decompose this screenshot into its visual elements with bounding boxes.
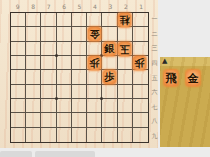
file-label-6: 6 xyxy=(62,3,66,10)
board-cell xyxy=(26,42,41,56)
board-cell xyxy=(102,85,117,99)
bottom-ui-stub-right xyxy=(35,151,95,157)
board-cell xyxy=(133,42,148,56)
board-cell xyxy=(11,70,26,84)
board-cell xyxy=(133,113,148,127)
board-cell xyxy=(41,70,56,84)
board-cell xyxy=(87,128,102,142)
board-cell xyxy=(57,27,72,41)
rank-label-7: 七 xyxy=(152,104,158,110)
board-cell xyxy=(133,13,148,27)
hoshi-dot xyxy=(55,97,58,100)
board-cell xyxy=(72,113,87,127)
board-cell xyxy=(26,70,41,84)
file-label-1: 1 xyxy=(139,3,143,10)
rank-label-4: 四 xyxy=(152,60,158,66)
board-cell xyxy=(57,85,72,99)
board-cell xyxy=(118,56,133,70)
board-cell xyxy=(11,13,26,27)
file-label-2: 2 xyxy=(124,3,128,10)
board-piece-silver-sente[interactable]: 銀 xyxy=(103,42,116,56)
board-cell xyxy=(26,13,41,27)
board-piece-pawn-gote[interactable]: 歩 xyxy=(133,56,146,70)
board-cell xyxy=(41,128,56,142)
board-cell xyxy=(26,56,41,70)
board-cell xyxy=(102,113,117,127)
board-cell xyxy=(57,128,72,142)
board-cell xyxy=(72,99,87,113)
board-cell xyxy=(118,113,133,127)
board-cell xyxy=(26,113,41,127)
rank-label-9: 九 xyxy=(152,133,158,139)
board-cell xyxy=(87,113,102,127)
board-cell xyxy=(11,27,26,41)
board-cell xyxy=(118,99,133,113)
board-cell xyxy=(41,13,56,27)
board-cell xyxy=(11,56,26,70)
board-cell xyxy=(133,128,148,142)
board-cell xyxy=(102,27,117,41)
hand-piece-rook[interactable]: 飛 xyxy=(164,70,178,86)
board-cell xyxy=(133,99,148,113)
board-cell xyxy=(87,13,102,27)
rank-label-1: 一 xyxy=(152,16,158,22)
board-cell xyxy=(11,99,26,113)
shogi-board-panel: 桂金銀玉歩歩歩 987654321 一二三四五六七八九 xyxy=(0,0,158,148)
board-cell xyxy=(118,70,133,84)
hoshi-dot xyxy=(55,54,58,57)
board-cell xyxy=(72,128,87,142)
bottom-ui-stub-left xyxy=(0,151,32,157)
board-cell xyxy=(57,99,72,113)
board-piece-pawn-sente[interactable]: 歩 xyxy=(103,70,116,84)
rank-label-6: 六 xyxy=(152,89,158,95)
file-label-9: 9 xyxy=(16,3,20,10)
board-cell xyxy=(87,70,102,84)
board-cell xyxy=(133,85,148,99)
file-label-8: 8 xyxy=(31,3,35,10)
board-cell xyxy=(102,99,117,113)
board-grid: 桂金銀玉歩歩歩 xyxy=(10,12,149,143)
file-label-5: 5 xyxy=(78,3,82,10)
board-cell xyxy=(26,27,41,41)
board-cell xyxy=(26,99,41,113)
board-cell xyxy=(72,70,87,84)
komadai-sente-hand: ▲ 飛金 xyxy=(160,57,210,147)
board-cell xyxy=(57,70,72,84)
board-cell xyxy=(72,42,87,56)
board-cell xyxy=(102,56,117,70)
rank-label-3: 三 xyxy=(152,45,158,51)
board-cell xyxy=(72,56,87,70)
board-piece-gold-gote[interactable]: 金 xyxy=(88,27,101,41)
board-cell xyxy=(26,85,41,99)
board-cell xyxy=(57,56,72,70)
board-cell xyxy=(118,128,133,142)
sente-marker: ▲ xyxy=(162,57,167,65)
board-cell xyxy=(11,85,26,99)
file-label-4: 4 xyxy=(93,3,97,10)
board-piece-king-gote[interactable]: 玉 xyxy=(118,42,131,56)
board-piece-knight-gote[interactable]: 桂 xyxy=(118,13,131,27)
board-cell xyxy=(72,85,87,99)
board-cell xyxy=(41,56,56,70)
board-cell xyxy=(118,85,133,99)
board-cell xyxy=(11,128,26,142)
rank-label-8: 八 xyxy=(152,118,158,124)
board-cell xyxy=(57,113,72,127)
board-cell xyxy=(102,13,117,27)
board-cell xyxy=(11,42,26,56)
board-cell xyxy=(41,27,56,41)
board-cell xyxy=(41,99,56,113)
file-label-7: 7 xyxy=(47,3,51,10)
board-cell xyxy=(26,128,41,142)
board-cell xyxy=(87,99,102,113)
rank-label-2: 二 xyxy=(152,31,158,37)
board-cell xyxy=(102,128,117,142)
board-cell xyxy=(118,27,133,41)
board-cell xyxy=(72,13,87,27)
rank-label-5: 五 xyxy=(152,75,158,81)
board-cell xyxy=(133,70,148,84)
board-cell xyxy=(57,13,72,27)
board-cell xyxy=(41,113,56,127)
hoshi-dot xyxy=(100,97,103,100)
board-cell xyxy=(72,27,87,41)
board-cell xyxy=(11,113,26,127)
file-label-3: 3 xyxy=(108,3,112,10)
hand-piece-gold[interactable]: 金 xyxy=(186,70,200,86)
board-cell xyxy=(133,27,148,41)
board-piece-pawn-gote[interactable]: 歩 xyxy=(88,56,101,70)
tsume-shogi-widget: 桂金銀玉歩歩歩 987654321 一二三四五六七八九 ▲ 飛金 xyxy=(0,0,210,157)
board-cell xyxy=(57,42,72,56)
